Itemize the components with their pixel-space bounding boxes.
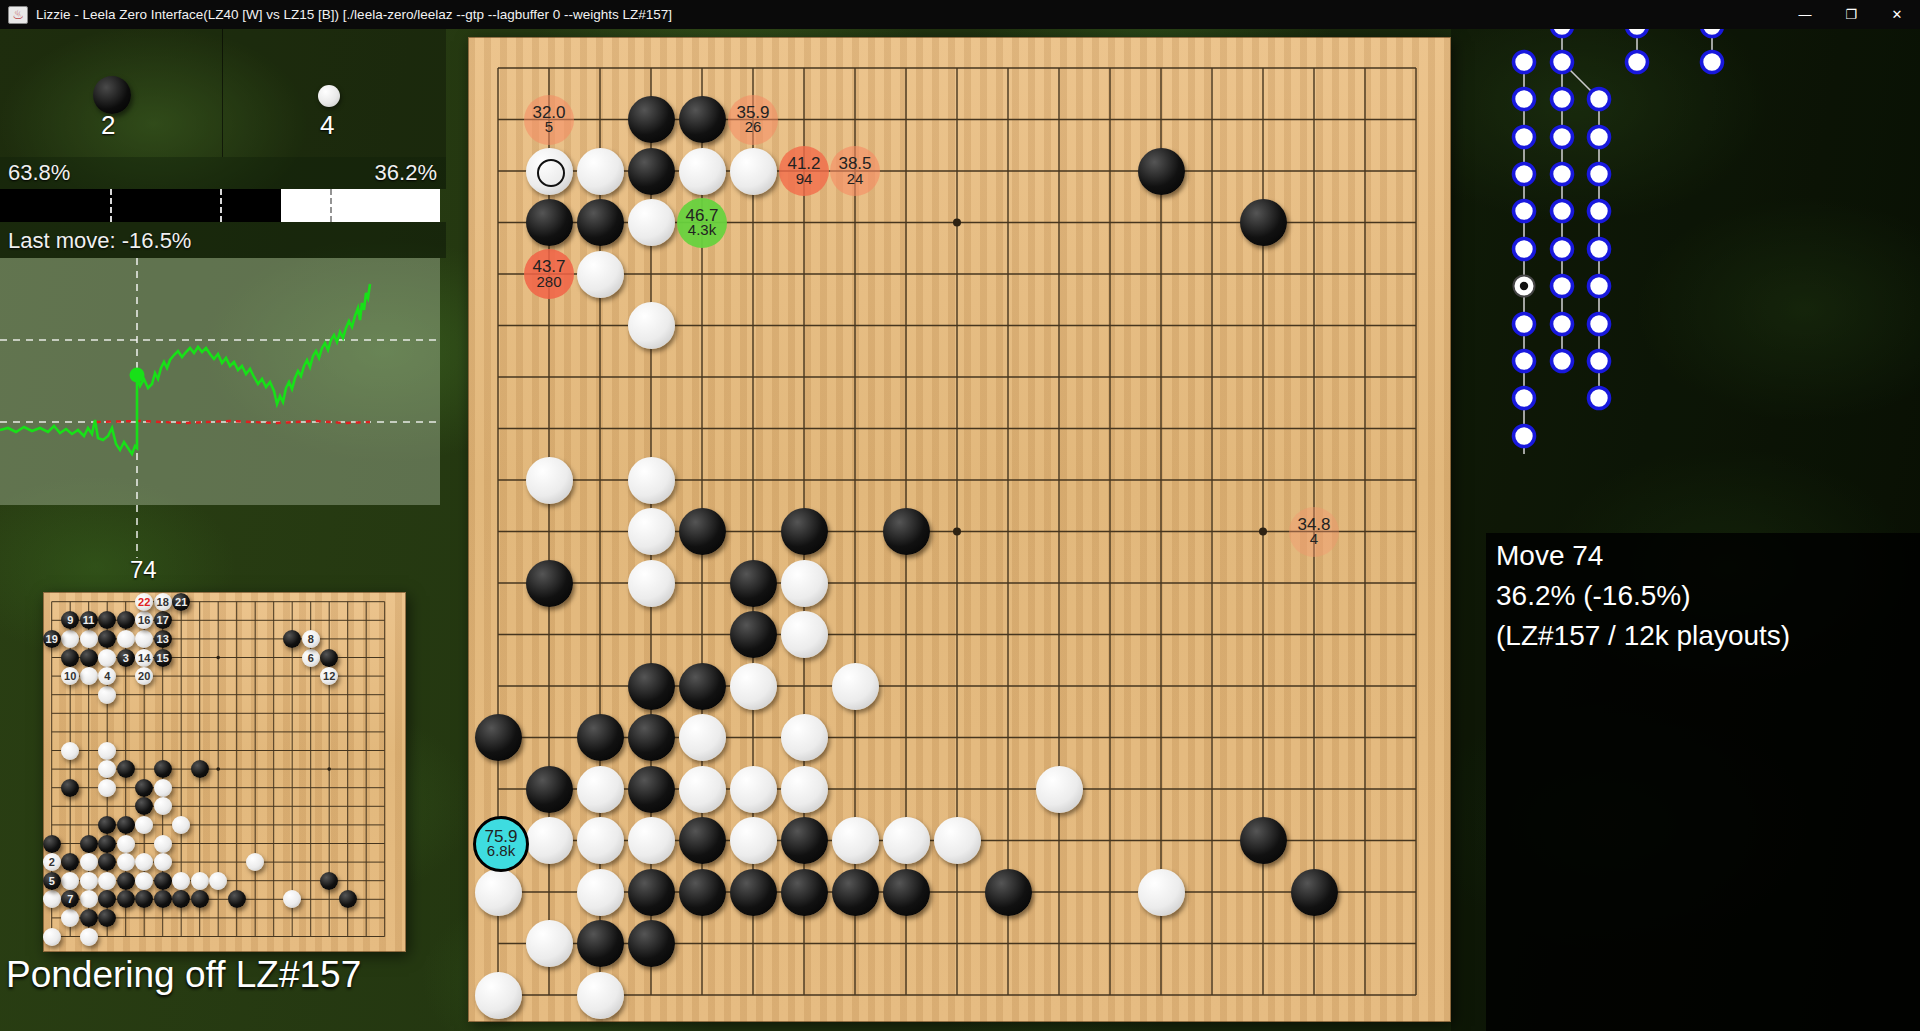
white-stone: [628, 560, 675, 607]
tree-node[interactable]: [1702, 52, 1723, 73]
tree-node[interactable]: [1589, 127, 1610, 148]
black-stone: [43, 835, 61, 853]
white-stone: [135, 630, 153, 648]
black-stone: [135, 779, 153, 797]
maximize-button[interactable]: ❐: [1828, 0, 1874, 29]
variation-move-21: 21: [172, 593, 190, 611]
white-stone: [526, 920, 573, 967]
lizzie-window: 2 4 63.8% 36.2% Last move: -16.5% 74 234…: [0, 0, 1920, 1031]
black-stone: [577, 920, 624, 967]
black-stone: [730, 611, 777, 658]
black-stone: [730, 869, 777, 916]
variation-move-6: 6: [302, 649, 320, 667]
variation-move-10: 10: [61, 667, 79, 685]
variation-move-4: 4: [98, 667, 116, 685]
black-stone: [781, 817, 828, 864]
tree-node[interactable]: [1552, 239, 1573, 260]
variation-move-17: 17: [154, 611, 172, 629]
tree-node[interactable]: [1552, 164, 1573, 185]
black-stone: [228, 890, 246, 908]
white-stone: [117, 853, 135, 871]
black-stone: [883, 869, 930, 916]
last-move-marker: [537, 159, 565, 187]
winrate-tick-75: [330, 189, 332, 222]
tree-node[interactable]: [1589, 201, 1610, 222]
winrate-tick-50: [220, 189, 222, 222]
java-app-icon: ♨: [8, 6, 28, 24]
white-stone: [61, 909, 79, 927]
black-stone: [61, 779, 79, 797]
white-stone: [577, 766, 624, 813]
suggestion-B15[interactable]: 43.7280: [524, 249, 574, 299]
black-stone: [98, 630, 116, 648]
white-stone: [154, 853, 172, 871]
variation-move-8: 8: [302, 630, 320, 648]
variation-move-15: 15: [154, 649, 172, 667]
black-stone: [526, 560, 573, 607]
tree-node[interactable]: [1589, 351, 1610, 372]
white-stone: [679, 714, 726, 761]
white-stone: [80, 630, 98, 648]
tree-node[interactable]: [1514, 201, 1535, 222]
white-stone: [475, 869, 522, 916]
white-stone: [730, 663, 777, 710]
white-stone: [832, 663, 879, 710]
white-stone: [117, 835, 135, 853]
black-stone: [154, 760, 172, 778]
white-stone: [577, 251, 624, 298]
white-stone: [98, 742, 116, 760]
winrate-bar-black-segment: [0, 189, 281, 222]
white-stone: [628, 508, 675, 555]
variation-move-18: 18: [154, 593, 172, 611]
white-stone: [191, 872, 209, 890]
white-stone: [80, 667, 98, 685]
black-stone: [80, 909, 98, 927]
white-stone: [135, 872, 153, 890]
black-stone: [475, 714, 522, 761]
suggestion-F18[interactable]: 35.926: [728, 95, 778, 145]
tree-node[interactable]: [1514, 314, 1535, 335]
white-stone: [628, 199, 675, 246]
info-engine: (LZ#157 / 12k playouts): [1496, 619, 1920, 653]
main-board[interactable]: 32.0535.92641.29438.52446.74.3k43.728034…: [468, 37, 1451, 1022]
captures-divider: [222, 29, 223, 157]
black-stone: [628, 714, 675, 761]
suggestion-R10[interactable]: 34.84: [1289, 507, 1339, 557]
white-stone: [883, 817, 930, 864]
tree-node[interactable]: [1589, 388, 1610, 409]
title-bar: ♨ Lizzie - Leela Zero Interface(LZ40 [W]…: [0, 0, 1920, 29]
variation-board[interactable]: 2345678910111213141516171819202122: [43, 592, 406, 952]
black-winrate-label: 63.8%: [8, 160, 70, 186]
tree-node[interactable]: [1589, 239, 1610, 260]
black-stone: [679, 817, 726, 864]
black-stone: [320, 649, 338, 667]
close-button[interactable]: ✕: [1874, 0, 1920, 29]
white-stone: [679, 766, 726, 813]
minimize-button[interactable]: —: [1782, 0, 1828, 29]
white-stone: [1036, 766, 1083, 813]
black-stone: [1291, 869, 1338, 916]
black-stone: [781, 869, 828, 916]
white-stone: [781, 766, 828, 813]
ponder-status-label: Pondering off LZ#157: [6, 954, 361, 996]
tree-node[interactable]: [1514, 52, 1535, 73]
white-stone: [61, 872, 79, 890]
black-stone: [283, 630, 301, 648]
variation-move-16: 16: [135, 611, 153, 629]
variation-move-19: 19: [43, 630, 61, 648]
info-winrate: 36.2% (-16.5%): [1496, 579, 1920, 613]
black-captures-stone-icon: [93, 76, 131, 114]
white-stone: [730, 766, 777, 813]
white-stone: [577, 148, 624, 195]
white-stone: [577, 972, 624, 1019]
black-stone: [1138, 148, 1185, 195]
white-stone: [117, 630, 135, 648]
black-stone: [679, 869, 726, 916]
white-stone: [209, 872, 227, 890]
tree-node[interactable]: [1514, 127, 1535, 148]
black-stone: [117, 816, 135, 834]
black-stone: [98, 909, 116, 927]
black-stone: [628, 96, 675, 143]
white-stone: [80, 890, 98, 908]
variation-move-11: 11: [80, 611, 98, 629]
winrate-tick-25: [110, 189, 112, 222]
white-stone: [154, 779, 172, 797]
black-stone: [526, 766, 573, 813]
white-stone: [98, 872, 116, 890]
white-stone: [43, 928, 61, 946]
black-stone: [98, 816, 116, 834]
black-stone: [61, 649, 79, 667]
black-stone: [98, 835, 116, 853]
white-stone: [832, 817, 879, 864]
black-stone: [154, 890, 172, 908]
winrate-bar: [0, 189, 440, 222]
tree-node[interactable]: [1514, 239, 1535, 260]
variation-move-12: 12: [320, 667, 338, 685]
tree-node[interactable]: [1627, 52, 1648, 73]
white-stone: [154, 797, 172, 815]
black-stone: [320, 872, 338, 890]
white-stone: [172, 816, 190, 834]
black-stone: [781, 508, 828, 555]
tree-node[interactable]: [1589, 89, 1610, 110]
white-stone: [98, 779, 116, 797]
black-stone: [117, 760, 135, 778]
variation-move-7: 7: [61, 890, 79, 908]
tree-node[interactable]: [1552, 276, 1573, 297]
black-stone: [117, 872, 135, 890]
captures-panel-backdrop: [0, 29, 446, 157]
white-stone: [43, 890, 61, 908]
white-stone: [781, 714, 828, 761]
tree-node[interactable]: [1552, 351, 1573, 372]
tree-node[interactable]: [1514, 351, 1535, 372]
window-title: Lizzie - Leela Zero Interface(LZ40 [W] v…: [36, 7, 672, 22]
white-stone: [80, 928, 98, 946]
white-stone: [526, 457, 573, 504]
white-stone: [154, 835, 172, 853]
tree-node[interactable]: [1514, 388, 1535, 409]
black-stone: [679, 508, 726, 555]
white-captures-stone-icon: [318, 85, 340, 107]
suggestion-H17[interactable]: 38.524: [830, 146, 880, 196]
black-stone: [628, 869, 675, 916]
white-stone: [679, 148, 726, 195]
black-stone: [526, 199, 573, 246]
tree-node[interactable]: [1552, 201, 1573, 222]
black-stone: [628, 920, 675, 967]
suggestion-B18[interactable]: 32.05: [524, 95, 574, 145]
black-stone: [339, 890, 357, 908]
black-stone: [191, 760, 209, 778]
black-stone: [191, 890, 209, 908]
winrate-graph[interactable]: [0, 258, 440, 558]
variation-move-2: 2: [43, 853, 61, 871]
white-stone: [1138, 869, 1185, 916]
tree-node[interactable]: [1552, 89, 1573, 110]
suggestion-E16[interactable]: 46.74.3k: [677, 198, 727, 248]
tree-node[interactable]: [1514, 426, 1535, 447]
black-stone: [1240, 817, 1287, 864]
variation-move-13: 13: [154, 630, 172, 648]
black-stone: [679, 96, 726, 143]
black-stone: [117, 890, 135, 908]
white-stone: [80, 872, 98, 890]
tree-node[interactable]: [1514, 164, 1535, 185]
white-stone: [781, 560, 828, 607]
white-stone: [475, 972, 522, 1019]
white-stone: [577, 817, 624, 864]
white-stone: [577, 869, 624, 916]
white-stone: [934, 817, 981, 864]
suggestion-A4[interactable]: 75.96.8k: [473, 816, 529, 872]
move-tree[interactable]: [1460, 0, 1920, 533]
black-stone: [832, 869, 879, 916]
white-stone: [61, 630, 79, 648]
black-stone: [154, 872, 172, 890]
black-stone: [80, 649, 98, 667]
white-stone: [781, 611, 828, 658]
white-stone: [135, 816, 153, 834]
white-stone: [628, 457, 675, 504]
black-stone: [117, 611, 135, 629]
black-stone: [577, 714, 624, 761]
white-stone: [730, 817, 777, 864]
variation-move-22: 22: [135, 593, 153, 611]
tree-node[interactable]: [1589, 314, 1610, 335]
tree-node[interactable]: [1552, 127, 1573, 148]
info-panel: Move 74 36.2% (-16.5%) (LZ#157 / 12k pla…: [1486, 533, 1920, 1031]
tree-node[interactable]: [1589, 276, 1610, 297]
black-stone: [1240, 199, 1287, 246]
tree-node[interactable]: [1552, 314, 1573, 335]
variation-move-5: 5: [43, 872, 61, 890]
white-stone: [172, 872, 190, 890]
suggestion-G17[interactable]: 41.294: [779, 146, 829, 196]
tree-node[interactable]: [1514, 89, 1535, 110]
black-stone: [730, 560, 777, 607]
info-move-number: Move 74: [1496, 539, 1920, 573]
white-stone: [628, 302, 675, 349]
black-stone: [628, 663, 675, 710]
white-stone: [98, 649, 116, 667]
white-stone: [61, 742, 79, 760]
variation-move-9: 9: [61, 611, 79, 629]
white-captures-count: 4: [320, 110, 334, 141]
black-stone: [628, 766, 675, 813]
black-stone: [577, 199, 624, 246]
black-stone: [80, 835, 98, 853]
graph-current-move-label: 74: [130, 556, 157, 584]
black-stone: [628, 148, 675, 195]
variation-move-20: 20: [135, 667, 153, 685]
white-stone: [730, 148, 777, 195]
black-stone: [883, 508, 930, 555]
white-winrate-label: 36.2%: [375, 160, 437, 186]
black-stone: [679, 663, 726, 710]
white-stone: [80, 853, 98, 871]
variation-move-14: 14: [135, 649, 153, 667]
white-stone: [526, 817, 573, 864]
tree-node[interactable]: [1552, 52, 1573, 73]
last-move-label: Last move: -16.5%: [8, 228, 191, 254]
variation-move-3: 3: [117, 649, 135, 667]
white-stone: [628, 817, 675, 864]
black-stone: [985, 869, 1032, 916]
tree-node[interactable]: [1589, 164, 1610, 185]
black-captures-count: 2: [101, 110, 115, 141]
white-stone: [98, 686, 116, 704]
